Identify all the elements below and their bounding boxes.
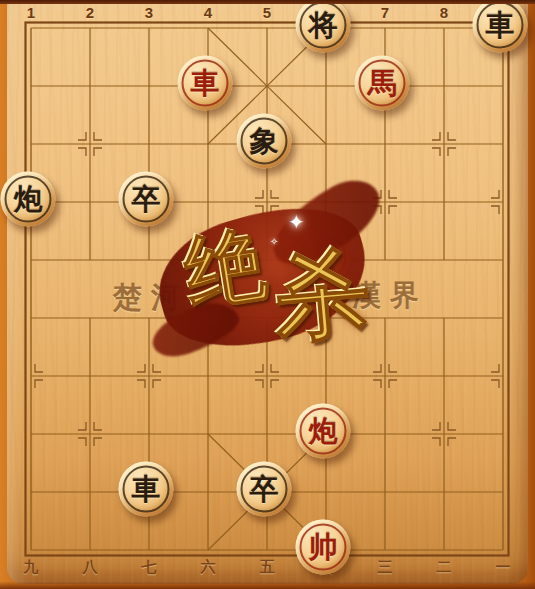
intersection-5-1[interactable] — [238, 0, 297, 57]
intersection-2-5[interactable] — [61, 231, 120, 289]
intersection-3-1[interactable] — [120, 0, 179, 57]
intersection-7-7[interactable] — [356, 347, 415, 405]
intersection-2-9[interactable] — [61, 463, 120, 521]
intersection-2-3[interactable] — [61, 115, 120, 173]
piece-char: 兵 — [296, 230, 351, 285]
intersection-9-9[interactable] — [474, 463, 533, 521]
piece-char: 馬 — [355, 56, 410, 111]
piece-red-soldier-screen[interactable]: 兵 — [296, 230, 351, 285]
intersection-6-6[interactable] — [297, 289, 356, 347]
piece-char: 炮 — [1, 172, 56, 227]
piece-black-elephant[interactable]: 象 — [237, 114, 292, 169]
intersection-7-6[interactable] — [356, 289, 415, 347]
piece-red-horse[interactable]: 馬 — [355, 56, 410, 111]
intersection-6-8[interactable]: 炮 — [297, 405, 356, 463]
intersection-1-5[interactable] — [2, 231, 61, 289]
intersection-5-3[interactable]: 象 — [238, 115, 297, 173]
intersection-3-6[interactable] — [120, 289, 179, 347]
intersection-4-4[interactable] — [179, 173, 238, 231]
intersection-5-9[interactable]: 卒 — [238, 463, 297, 521]
piece-char: 車 — [178, 56, 233, 111]
intersection-3-9[interactable]: 車 — [120, 463, 179, 521]
intersection-7-9[interactable] — [356, 463, 415, 521]
intersection-2-2[interactable] — [61, 57, 120, 115]
intersection-6-9[interactable] — [297, 463, 356, 521]
intersection-4-7[interactable] — [179, 347, 238, 405]
intersection-7-1[interactable] — [356, 0, 415, 57]
piece-black-cannon[interactable]: 炮 — [1, 172, 56, 227]
intersection-1-1[interactable] — [2, 0, 61, 57]
intersection-3-10[interactable] — [120, 521, 179, 579]
intersection-9-6[interactable] — [474, 289, 533, 347]
intersection-4-8[interactable] — [179, 405, 238, 463]
intersection-9-8[interactable] — [474, 405, 533, 463]
intersection-1-9[interactable] — [2, 463, 61, 521]
intersection-9-4[interactable] — [474, 173, 533, 231]
intersection-8-7[interactable] — [415, 347, 474, 405]
piece-red-chariot[interactable]: 車 — [178, 56, 233, 111]
intersection-9-3[interactable] — [474, 115, 533, 173]
board-grid: 将車車馬象炮卒兵炮車卒帅 — [2, 0, 533, 579]
intersection-5-2[interactable] — [238, 57, 297, 115]
intersection-1-8[interactable] — [2, 405, 61, 463]
intersection-6-4[interactable] — [297, 173, 356, 231]
piece-char: 卒 — [237, 462, 292, 517]
piece-char: 象 — [237, 114, 292, 169]
piece-char: 将 — [296, 0, 351, 53]
intersection-4-10[interactable] — [179, 521, 238, 579]
intersection-2-7[interactable] — [61, 347, 120, 405]
intersection-1-2[interactable] — [2, 57, 61, 115]
intersection-9-10[interactable] — [474, 521, 533, 579]
intersection-1-10[interactable] — [2, 521, 61, 579]
intersection-3-5[interactable] — [120, 231, 179, 289]
intersection-4-2[interactable]: 車 — [179, 57, 238, 115]
intersection-6-5[interactable]: 兵 — [297, 231, 356, 289]
intersection-6-1[interactable]: 将 — [297, 0, 356, 57]
piece-red-general[interactable]: 帅 — [296, 520, 351, 575]
intersection-8-1[interactable] — [415, 0, 474, 57]
intersection-4-1[interactable] — [179, 0, 238, 57]
intersection-8-9[interactable] — [415, 463, 474, 521]
intersection-5-10[interactable] — [238, 521, 297, 579]
intersection-3-8[interactable] — [120, 405, 179, 463]
intersection-8-6[interactable] — [415, 289, 474, 347]
intersection-7-2[interactable]: 馬 — [356, 57, 415, 115]
intersection-4-5[interactable] — [179, 231, 238, 289]
piece-char: 炮 — [296, 404, 351, 459]
intersection-1-4[interactable]: 炮 — [2, 173, 61, 231]
intersection-4-6[interactable] — [179, 289, 238, 347]
intersection-3-4[interactable]: 卒 — [120, 173, 179, 231]
intersection-9-1[interactable]: 車 — [474, 0, 533, 57]
intersection-6-7[interactable] — [297, 347, 356, 405]
intersection-4-3[interactable] — [179, 115, 238, 173]
intersection-7-10[interactable] — [356, 521, 415, 579]
intersection-6-3[interactable] — [297, 115, 356, 173]
piece-black-chariot-left[interactable]: 車 — [119, 462, 174, 517]
intersection-9-5[interactable] — [474, 231, 533, 289]
intersection-1-7[interactable] — [2, 347, 61, 405]
intersection-7-8[interactable] — [356, 405, 415, 463]
piece-char: 車 — [473, 0, 528, 53]
piece-char: 帅 — [296, 520, 351, 575]
intersection-1-6[interactable] — [2, 289, 61, 347]
intersection-5-5[interactable] — [238, 231, 297, 289]
intersection-7-5[interactable] — [356, 231, 415, 289]
piece-black-soldier-center[interactable]: 卒 — [237, 462, 292, 517]
piece-black-soldier-left[interactable]: 卒 — [119, 172, 174, 227]
intersection-8-5[interactable] — [415, 231, 474, 289]
intersection-3-2[interactable] — [120, 57, 179, 115]
intersection-8-2[interactable] — [415, 57, 474, 115]
intersection-3-3[interactable] — [120, 115, 179, 173]
intersection-8-4[interactable] — [415, 173, 474, 231]
intersection-7-3[interactable] — [356, 115, 415, 173]
piece-black-general[interactable]: 将 — [296, 0, 351, 53]
intersection-9-7[interactable] — [474, 347, 533, 405]
intersection-8-10[interactable] — [415, 521, 474, 579]
piece-black-chariot-right[interactable]: 車 — [473, 0, 528, 53]
xiangqi-app-screen: 123456789 九八七六五四三二一 楚河 漢界 将車車馬象炮卒兵炮車卒帅 绝… — [0, 0, 535, 589]
intersection-5-8[interactable] — [238, 405, 297, 463]
intersection-7-4[interactable] — [356, 173, 415, 231]
piece-red-cannon[interactable]: 炮 — [296, 404, 351, 459]
intersection-2-6[interactable] — [61, 289, 120, 347]
intersection-2-8[interactable] — [61, 405, 120, 463]
intersection-9-2[interactable] — [474, 57, 533, 115]
intersection-6-10[interactable]: 帅 — [297, 521, 356, 579]
intersection-5-6[interactable] — [238, 289, 297, 347]
intersection-3-7[interactable] — [120, 347, 179, 405]
piece-char: 卒 — [119, 172, 174, 227]
intersection-4-9[interactable] — [179, 463, 238, 521]
intersection-8-8[interactable] — [415, 405, 474, 463]
intersection-5-4[interactable] — [238, 173, 297, 231]
piece-char: 車 — [119, 462, 174, 517]
intersection-8-3[interactable] — [415, 115, 474, 173]
intersection-5-7[interactable] — [238, 347, 297, 405]
intersection-2-10[interactable] — [61, 521, 120, 579]
intersection-6-2[interactable] — [297, 57, 356, 115]
intersection-1-3[interactable] — [2, 115, 61, 173]
intersection-2-1[interactable] — [61, 0, 120, 57]
intersection-2-4[interactable] — [61, 173, 120, 231]
